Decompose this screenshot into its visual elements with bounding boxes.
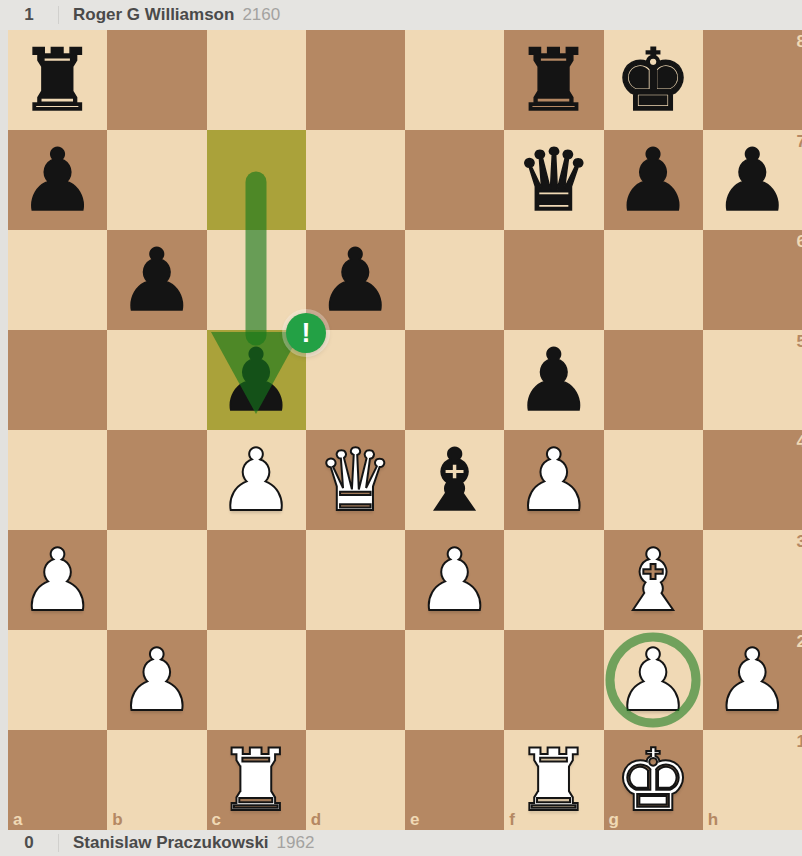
square-b4[interactable]: [107, 430, 206, 530]
square-d4[interactable]: ♛: [306, 430, 405, 530]
square-c6[interactable]: [207, 230, 306, 330]
square-b8[interactable]: [107, 30, 206, 130]
square-h6[interactable]: [703, 230, 802, 330]
square-h3[interactable]: [703, 530, 802, 630]
square-h8[interactable]: [703, 30, 802, 130]
square-a3[interactable]: ♟: [8, 530, 107, 630]
square-e1[interactable]: [405, 730, 504, 830]
piece-white-pawn-f4[interactable]: ♟: [504, 430, 603, 530]
square-a6[interactable]: [8, 230, 107, 330]
file-coordinate-c: c: [212, 811, 221, 828]
piece-white-pawn-b2[interactable]: ♟: [107, 630, 206, 730]
square-e8[interactable]: [405, 30, 504, 130]
square-h5[interactable]: [703, 330, 802, 430]
square-g4[interactable]: [604, 430, 703, 530]
square-g3[interactable]: ♝: [604, 530, 703, 630]
rank-coordinate-5: 5: [797, 333, 802, 350]
piece-white-rook-f1[interactable]: ♜: [504, 730, 603, 830]
bar-divider: [58, 6, 59, 24]
file-coordinate-g: g: [609, 811, 619, 828]
file-coordinate-d: d: [311, 811, 321, 828]
square-f3[interactable]: [504, 530, 603, 630]
square-e7[interactable]: [405, 130, 504, 230]
square-e2[interactable]: [405, 630, 504, 730]
piece-black-rook-a8[interactable]: ♜: [8, 30, 107, 130]
square-f8[interactable]: ♜: [504, 30, 603, 130]
piece-white-pawn-c4[interactable]: ♟: [207, 430, 306, 530]
piece-black-king-g8[interactable]: ♚: [604, 30, 703, 130]
square-a5[interactable]: [8, 330, 107, 430]
square-g8[interactable]: ♚: [604, 30, 703, 130]
square-b3[interactable]: [107, 530, 206, 630]
square-a1[interactable]: [8, 730, 107, 830]
square-b5[interactable]: [107, 330, 206, 430]
square-a8[interactable]: ♜: [8, 30, 107, 130]
rank-coordinate-2: 2: [797, 633, 802, 650]
square-a7[interactable]: ♟: [8, 130, 107, 230]
rank-coordinate-4: 4: [797, 433, 802, 450]
square-c2[interactable]: [207, 630, 306, 730]
square-b2[interactable]: ♟: [107, 630, 206, 730]
square-d7[interactable]: [306, 130, 405, 230]
square-f1[interactable]: ♜: [504, 730, 603, 830]
bottom-player-name: Stanislaw Praczukowski: [73, 833, 269, 853]
piece-white-rook-c1[interactable]: ♜: [207, 730, 306, 830]
square-d2[interactable]: [306, 630, 405, 730]
piece-white-pawn-h2[interactable]: ♟: [703, 630, 802, 730]
square-c1[interactable]: ♜: [207, 730, 306, 830]
square-d6[interactable]: ♟: [306, 230, 405, 330]
piece-white-pawn-e3[interactable]: ♟: [405, 530, 504, 630]
square-g7[interactable]: ♟: [604, 130, 703, 230]
square-e4[interactable]: ♝: [405, 430, 504, 530]
rank-coordinate-1: 1: [797, 733, 802, 750]
file-coordinate-e: e: [410, 811, 419, 828]
file-coordinate-b: b: [112, 811, 122, 828]
square-b6[interactable]: ♟: [107, 230, 206, 330]
top-player-bar: 1 Roger G Williamson 2160: [0, 0, 802, 30]
piece-black-pawn-g7[interactable]: ♟: [604, 130, 703, 230]
square-f2[interactable]: [504, 630, 603, 730]
square-g2[interactable]: ♟: [604, 630, 703, 730]
bar-divider: [58, 834, 59, 852]
square-e6[interactable]: [405, 230, 504, 330]
square-g5[interactable]: [604, 330, 703, 430]
square-b7[interactable]: [107, 130, 206, 230]
rank-coordinate-8: 8: [797, 33, 802, 50]
rank-coordinate-7: 7: [797, 133, 802, 150]
bottom-player-bar: 0 Stanislaw Praczukowski 1962: [0, 830, 802, 856]
square-d3[interactable]: [306, 530, 405, 630]
bottom-player-rating: 1962: [277, 833, 315, 853]
square-f5[interactable]: ♟: [504, 330, 603, 430]
square-c4[interactable]: ♟: [207, 430, 306, 530]
piece-black-rook-f8[interactable]: ♜: [504, 30, 603, 130]
piece-white-queen-d4[interactable]: ♛: [306, 430, 405, 530]
square-f7[interactable]: ♛: [504, 130, 603, 230]
exclamation-glyph: !: [302, 320, 311, 347]
square-h4[interactable]: [703, 430, 802, 530]
square-h2[interactable]: ♟: [703, 630, 802, 730]
piece-black-pawn-b6[interactable]: ♟: [107, 230, 206, 330]
square-h7[interactable]: ♟: [703, 130, 802, 230]
square-f6[interactable]: [504, 230, 603, 330]
piece-black-pawn-f5[interactable]: ♟: [504, 330, 603, 430]
top-player-score: 1: [14, 5, 44, 25]
piece-white-pawn-a3[interactable]: ♟: [8, 530, 107, 630]
square-c8[interactable]: [207, 30, 306, 130]
piece-black-bishop-e4[interactable]: ♝: [405, 430, 504, 530]
square-a2[interactable]: [8, 630, 107, 730]
square-c3[interactable]: [207, 530, 306, 630]
top-player-name: Roger G Williamson: [73, 5, 234, 25]
piece-black-pawn-a7[interactable]: ♟: [8, 130, 107, 230]
rank-coordinate-6: 6: [797, 233, 802, 250]
square-a4[interactable]: [8, 430, 107, 530]
piece-white-bishop-g3[interactable]: ♝: [604, 530, 703, 630]
square-e3[interactable]: ♟: [405, 530, 504, 630]
board-grid[interactable]: ♜♜♚♟♛♟♟♟♟♟♟♟♛♝♟♟♟♝♟♟♟♜♜♚: [8, 30, 802, 830]
bottom-player-score: 0: [14, 833, 44, 853]
piece-black-pawn-h7[interactable]: ♟: [703, 130, 802, 230]
file-coordinate-a: a: [13, 811, 22, 828]
top-player-rating: 2160: [242, 5, 280, 25]
file-coordinate-h: h: [708, 811, 718, 828]
square-d8[interactable]: [306, 30, 405, 130]
square-e5[interactable]: [405, 330, 504, 430]
rank-coordinate-3: 3: [797, 533, 802, 550]
file-coordinate-f: f: [509, 811, 515, 828]
piece-black-pawn-d6[interactable]: ♟: [306, 230, 405, 330]
piece-white-pawn-g2[interactable]: ♟: [604, 630, 703, 730]
square-f4[interactable]: ♟: [504, 430, 603, 530]
square-g6[interactable]: [604, 230, 703, 330]
chess-board[interactable]: ♜♜♚♟♛♟♟♟♟♟♟♟♛♝♟♟♟♝♟♟♟♜♜♚ ! 87654321abcde…: [8, 30, 802, 830]
good-move-badge: !: [286, 313, 326, 353]
piece-black-queen-f7[interactable]: ♛: [504, 130, 603, 230]
square-c7[interactable]: [207, 130, 306, 230]
